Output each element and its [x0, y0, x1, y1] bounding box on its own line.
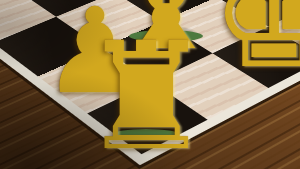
board-trim: [0, 0, 300, 165]
chessboard-photo: ♝ ♚ ♟ ♜: [0, 0, 300, 169]
board-frame: [0, 0, 300, 169]
board-grid: [0, 0, 300, 154]
